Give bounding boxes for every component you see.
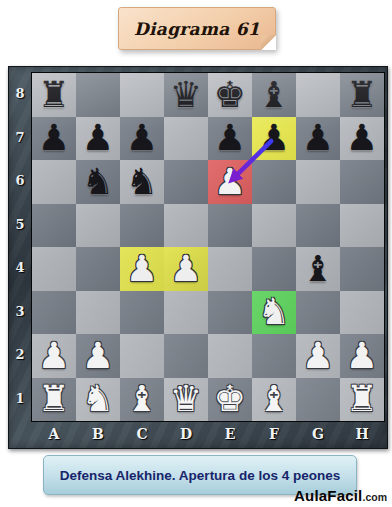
black-rook-a8: ♜: [38, 77, 70, 113]
square-d5: [164, 204, 208, 248]
black-pawn-f7: ♟: [258, 120, 290, 156]
square-c4: ♟: [120, 247, 164, 291]
square-d1: ♛: [164, 378, 208, 422]
white-queen-d1: ♛: [170, 381, 202, 417]
square-b2: ♟: [76, 334, 120, 378]
square-a7: ♟: [32, 117, 76, 161]
white-bishop-f1: ♝: [258, 381, 290, 417]
rank-label-8: 8: [9, 72, 31, 116]
square-g1: [296, 378, 340, 422]
white-pawn-e6: ♟: [214, 164, 246, 200]
file-label-g: G: [296, 423, 340, 445]
file-label-f: F: [252, 423, 296, 445]
square-c5: [120, 204, 164, 248]
rank-label-3: 3: [9, 290, 31, 334]
square-e8: ♚: [208, 73, 252, 117]
black-pawn-h7: ♟: [346, 120, 378, 156]
site-name: AulaFacil: [294, 487, 363, 504]
black-pawn-b7: ♟: [82, 120, 114, 156]
square-c7: ♟: [120, 117, 164, 161]
black-pawn-g7: ♟: [302, 120, 334, 156]
black-bishop-f8: ♝: [258, 77, 290, 113]
square-a8: ♜: [32, 73, 76, 117]
diagram-title: Diagrama 61: [134, 19, 260, 39]
black-bishop-g4: ♝: [302, 251, 334, 287]
square-f2: [252, 334, 296, 378]
square-h8: ♜: [340, 73, 384, 117]
square-e7: ♟: [208, 117, 252, 161]
file-label-b: B: [76, 423, 120, 445]
black-pawn-a7: ♟: [38, 120, 70, 156]
square-c6: ♞: [120, 160, 164, 204]
square-f6: [252, 160, 296, 204]
square-g3: [296, 291, 340, 335]
board-grid: ♜♛♚♝♜♟♟♟♟♟♟♟♞♞♟♟♟♝♞♟♟♟♟♜♞♝♛♚♝♜: [32, 73, 384, 421]
white-pawn-g2: ♟: [302, 338, 334, 374]
square-f3: ♞: [252, 291, 296, 335]
black-pawn-e7: ♟: [214, 120, 246, 156]
square-h1: ♜: [340, 378, 384, 422]
square-f8: ♝: [252, 73, 296, 117]
square-d7: [164, 117, 208, 161]
file-label-e: E: [208, 423, 252, 445]
chess-board: ♜♛♚♝♜♟♟♟♟♟♟♟♞♞♟♟♟♝♞♟♟♟♟♜♞♝♛♚♝♜: [31, 72, 385, 422]
square-b3: [76, 291, 120, 335]
board-frame: 87654321 ♜♛♚♝♜♟♟♟♟♟♟♟♞♞♟♟♟♝♞♟♟♟♟♜♞♝♛♚♝♜ …: [8, 66, 388, 449]
square-c1: ♝: [120, 378, 164, 422]
square-b6: ♞: [76, 160, 120, 204]
square-g2: ♟: [296, 334, 340, 378]
square-a6: [32, 160, 76, 204]
square-b5: [76, 204, 120, 248]
square-f1: ♝: [252, 378, 296, 422]
square-h6: [340, 160, 384, 204]
white-king-e1: ♚: [214, 381, 246, 417]
black-pawn-c7: ♟: [126, 120, 158, 156]
square-g8: [296, 73, 340, 117]
square-a5: [32, 204, 76, 248]
square-c2: [120, 334, 164, 378]
square-e1: ♚: [208, 378, 252, 422]
file-label-a: A: [32, 423, 76, 445]
square-f7: ♟: [252, 117, 296, 161]
square-e6: ♟: [208, 160, 252, 204]
square-b7: ♟: [76, 117, 120, 161]
white-pawn-a2: ♟: [38, 338, 70, 374]
square-a2: ♟: [32, 334, 76, 378]
file-label-c: C: [120, 423, 164, 445]
white-pawn-c4: ♟: [126, 251, 158, 287]
square-e3: [208, 291, 252, 335]
square-d3: [164, 291, 208, 335]
square-d2: [164, 334, 208, 378]
square-e4: [208, 247, 252, 291]
square-b4: [76, 247, 120, 291]
square-e2: [208, 334, 252, 378]
file-label-d: D: [164, 423, 208, 445]
rank-label-1: 1: [9, 377, 31, 421]
square-g6: [296, 160, 340, 204]
square-g7: ♟: [296, 117, 340, 161]
square-h4: [340, 247, 384, 291]
square-c8: [120, 73, 164, 117]
rank-label-4: 4: [9, 246, 31, 290]
black-rook-h8: ♜: [346, 77, 378, 113]
white-pawn-h2: ♟: [346, 338, 378, 374]
white-rook-a1: ♜: [38, 381, 70, 417]
square-e5: [208, 204, 252, 248]
square-g5: [296, 204, 340, 248]
square-d8: ♛: [164, 73, 208, 117]
white-pawn-d4: ♟: [170, 251, 202, 287]
square-a3: [32, 291, 76, 335]
square-a4: [32, 247, 76, 291]
square-g4: ♝: [296, 247, 340, 291]
white-pawn-b2: ♟: [82, 338, 114, 374]
black-queen-d8: ♛: [170, 77, 202, 113]
site-branding: AulaFacil .com: [294, 487, 387, 504]
square-a1: ♜: [32, 378, 76, 422]
white-rook-h1: ♜: [346, 381, 378, 417]
diagram-title-plaque: Diagrama 61: [118, 7, 276, 50]
square-f4: [252, 247, 296, 291]
white-bishop-c1: ♝: [126, 381, 158, 417]
caption-text: Defensa Alekhine. Apertura de los 4 peon…: [60, 468, 340, 483]
white-knight-f3: ♞: [258, 294, 290, 330]
black-knight-b6: ♞: [82, 164, 114, 200]
rank-label-5: 5: [9, 203, 31, 247]
square-d6: [164, 160, 208, 204]
rank-labels: 87654321: [9, 72, 31, 420]
black-knight-c6: ♞: [126, 164, 158, 200]
file-label-h: H: [340, 423, 384, 445]
square-b8: [76, 73, 120, 117]
rank-label-2: 2: [9, 333, 31, 377]
square-h7: ♟: [340, 117, 384, 161]
square-f5: [252, 204, 296, 248]
black-king-e8: ♚: [214, 77, 246, 113]
square-c3: [120, 291, 164, 335]
square-h3: [340, 291, 384, 335]
file-labels: ABCDEFGH: [32, 423, 384, 445]
rank-label-6: 6: [9, 159, 31, 203]
square-h5: [340, 204, 384, 248]
rank-label-7: 7: [9, 116, 31, 160]
white-knight-b1: ♞: [82, 381, 114, 417]
square-h2: ♟: [340, 334, 384, 378]
square-d4: ♟: [164, 247, 208, 291]
site-suffix: .com: [362, 491, 387, 503]
square-b1: ♞: [76, 378, 120, 422]
